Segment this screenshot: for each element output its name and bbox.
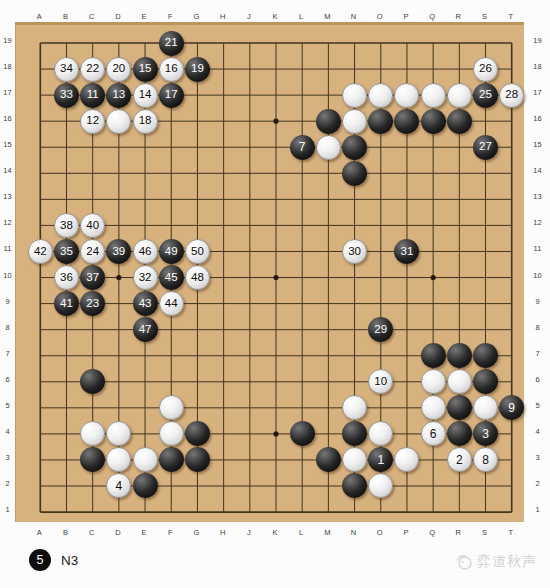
stone-black-C17: 11 [80, 83, 105, 108]
stone-black-R4 [447, 421, 472, 446]
stone-black-F11: 49 [159, 239, 184, 264]
stone-black-S7 [473, 343, 498, 368]
stone-black-N4 [342, 421, 367, 446]
coordinate-label: O [377, 527, 383, 536]
coordinate-label: B [63, 12, 68, 21]
coordinate-label: 11 [4, 244, 12, 253]
coordinate-label: A [37, 12, 42, 21]
stone-white-S18: 26 [473, 57, 498, 82]
stone-white-M15 [316, 135, 341, 160]
stone-black-G18: 19 [185, 57, 210, 82]
coordinate-label: K [272, 12, 277, 21]
stone-white-F4 [159, 421, 184, 446]
stone-white-T17: 28 [499, 83, 524, 108]
coordinate-label: 4 [5, 426, 9, 435]
stone-black-F19: 21 [159, 31, 184, 56]
coordinate-label: F [168, 527, 173, 536]
watermark-logo-icon [454, 552, 474, 572]
coordinate-label: P [403, 12, 408, 21]
stone-black-M16 [316, 109, 341, 134]
stone-white-P3 [394, 447, 419, 472]
stone-white-F5 [159, 395, 184, 420]
stone-black-R16 [447, 109, 472, 134]
stone-white-A11: 42 [28, 239, 53, 264]
stone-white-D4 [106, 421, 131, 446]
coordinate-label: Q [429, 527, 435, 536]
coordinate-label: J [247, 12, 251, 21]
caption-move-stone: 5 [29, 549, 51, 571]
board-grid: 2134222015161926331113141725281218727384… [27, 30, 525, 525]
coordinate-label: 3 [535, 452, 539, 461]
stone-black-Q16 [421, 109, 446, 134]
coordinate-label: 12 [533, 218, 541, 227]
coordinate-label: 17 [533, 88, 541, 97]
coordinate-label: 16 [533, 114, 541, 123]
stone-white-B12: 38 [54, 213, 79, 238]
watermark: 弈道秋声 [454, 552, 537, 572]
stone-white-D3 [106, 447, 131, 472]
coordinate-label: R [456, 527, 461, 536]
stone-white-B10: 36 [54, 265, 79, 290]
coordinate-label: 1 [535, 505, 539, 514]
go-board: 2134222015161926331113141725281218727384… [15, 22, 524, 522]
caption-coordinate: N3 [61, 553, 78, 568]
coordinate-label: 2 [5, 479, 9, 488]
stone-white-F9: 44 [159, 291, 184, 316]
stone-black-O3: 1 [368, 447, 393, 472]
stone-black-C6 [80, 369, 105, 394]
stone-white-C11: 24 [80, 239, 105, 264]
coordinate-label: 14 [3, 166, 11, 175]
coordinate-label: P [403, 527, 408, 536]
stone-white-Q17 [421, 83, 446, 108]
coordinate-label: 7 [5, 348, 9, 357]
coordinate-label: N [351, 12, 356, 21]
coordinate-label: 18 [3, 62, 11, 71]
stone-white-E3 [133, 447, 158, 472]
stone-black-S15: 27 [473, 135, 498, 160]
stone-black-G4 [185, 421, 210, 446]
coordinate-label: 19 [533, 36, 541, 45]
coordinate-label: C [89, 527, 94, 536]
go-diagram-page: 2134222015161926331113141725281218727384… [0, 0, 550, 588]
stone-black-O16 [368, 109, 393, 134]
stone-black-O8: 29 [368, 317, 393, 342]
stone-black-D17: 13 [106, 83, 131, 108]
coordinate-label: E [142, 12, 147, 21]
coordinate-label: 10 [3, 270, 11, 279]
stone-black-Q7 [421, 343, 446, 368]
coordinate-label: 13 [3, 192, 11, 201]
stone-white-G10: 48 [185, 265, 210, 290]
coordinate-label: 19 [3, 36, 11, 45]
stone-white-O2 [368, 473, 393, 498]
stone-black-N15 [342, 135, 367, 160]
coordinate-label: 1 [5, 505, 9, 514]
coordinate-label: T [508, 527, 513, 536]
coordinate-label: 17 [3, 88, 11, 97]
coordinate-label: 11 [534, 244, 542, 253]
stone-white-P17 [394, 83, 419, 108]
coordinate-label: 12 [3, 218, 11, 227]
stone-white-E16: 18 [133, 109, 158, 134]
stone-white-C18: 22 [80, 57, 105, 82]
coordinate-label: A [37, 527, 42, 536]
coordinate-label: M [324, 527, 330, 536]
stone-white-N5 [342, 395, 367, 420]
coordinate-label: M [324, 12, 330, 21]
stone-black-F10: 45 [159, 265, 184, 290]
stone-black-P11: 31 [394, 239, 419, 264]
coordinate-label: 8 [5, 322, 9, 331]
stone-black-C9: 23 [80, 291, 105, 316]
coordinate-label: 15 [533, 140, 541, 149]
stone-black-S6 [473, 369, 498, 394]
stone-black-B9: 41 [54, 291, 79, 316]
stone-black-F17: 17 [159, 83, 184, 108]
stone-black-E18: 15 [133, 57, 158, 82]
coordinate-label: 6 [535, 374, 539, 383]
stone-black-S17: 25 [473, 83, 498, 108]
stone-white-D16 [106, 109, 131, 134]
coordinate-label: D [115, 12, 120, 21]
coordinate-label: D [115, 527, 120, 536]
stone-black-N2 [342, 473, 367, 498]
stone-black-B17: 33 [54, 83, 79, 108]
coordinate-label: 7 [535, 348, 539, 357]
stone-white-E11: 46 [133, 239, 158, 264]
stone-white-Q5 [421, 395, 446, 420]
coordinate-label: 10 [533, 270, 541, 279]
coordinate-label: 16 [3, 114, 11, 123]
stone-black-P16 [394, 109, 419, 134]
coordinate-label: J [247, 527, 251, 536]
stone-white-R6 [447, 369, 472, 394]
coordinate-label: 4 [535, 426, 539, 435]
stone-white-D2: 4 [106, 473, 131, 498]
stone-white-N16 [342, 109, 367, 134]
stone-white-Q4: 6 [421, 421, 446, 446]
coordinate-label: L [299, 527, 303, 536]
stone-white-C4 [80, 421, 105, 446]
stone-white-E10: 32 [133, 265, 158, 290]
stone-black-L15: 7 [290, 135, 315, 160]
stone-white-R17 [447, 83, 472, 108]
stone-white-N17 [342, 83, 367, 108]
stone-white-D18: 20 [106, 57, 131, 82]
stone-black-R5 [447, 395, 472, 420]
stone-white-O17 [368, 83, 393, 108]
coordinate-label: Q [429, 12, 435, 21]
coordinate-label: S [482, 12, 487, 21]
stone-white-N11: 30 [342, 239, 367, 264]
stone-black-N14 [342, 161, 367, 186]
stone-black-S4: 3 [473, 421, 498, 446]
coordinate-label: 3 [5, 452, 9, 461]
coordinate-label: 14 [533, 166, 541, 175]
stone-black-T5: 9 [499, 395, 524, 420]
caption-move-number: 5 [37, 553, 44, 567]
coordinate-label: R [456, 12, 461, 21]
coordinate-label: H [220, 527, 225, 536]
watermark-text: 弈道秋声 [477, 553, 537, 571]
coordinate-label: N [351, 527, 356, 536]
coordinate-label: L [299, 12, 303, 21]
stone-black-E9: 43 [133, 291, 158, 316]
coordinate-label: G [194, 12, 200, 21]
stone-black-C3 [80, 447, 105, 472]
coordinate-label: F [168, 12, 173, 21]
stone-white-S5 [473, 395, 498, 420]
stone-black-D11: 39 [106, 239, 131, 264]
coordinate-label: O [377, 12, 383, 21]
stone-black-M3 [316, 447, 341, 472]
stone-black-C10: 37 [80, 265, 105, 290]
coordinate-label: 2 [535, 479, 539, 488]
stone-black-F3 [159, 447, 184, 472]
stone-white-F18: 16 [159, 57, 184, 82]
stone-white-C16: 12 [80, 109, 105, 134]
stone-white-Q6 [421, 369, 446, 394]
coordinate-label: 18 [533, 62, 541, 71]
stone-black-R7 [447, 343, 472, 368]
stone-white-N3 [342, 447, 367, 472]
coordinate-label: C [89, 12, 94, 21]
stone-black-B11: 35 [54, 239, 79, 264]
stone-black-G3 [185, 447, 210, 472]
coordinate-label: 9 [5, 296, 9, 305]
coordinate-label: 5 [535, 400, 539, 409]
coordinate-label: S [482, 527, 487, 536]
stone-white-R3: 2 [447, 447, 472, 472]
stone-black-E8: 47 [133, 317, 158, 342]
stone-white-O4 [368, 421, 393, 446]
stone-black-L4 [290, 421, 315, 446]
coordinate-label: 13 [533, 192, 541, 201]
coordinate-label: 9 [535, 296, 539, 305]
coordinate-label: 5 [5, 400, 9, 409]
coordinate-label: 15 [3, 140, 11, 149]
coordinate-label: 8 [535, 322, 539, 331]
stone-white-O6: 10 [368, 369, 393, 394]
stone-white-G11: 50 [185, 239, 210, 264]
stone-white-S3: 8 [473, 447, 498, 472]
coordinate-label: E [142, 527, 147, 536]
stone-white-B18: 34 [54, 57, 79, 82]
coordinate-label: K [272, 527, 277, 536]
stone-white-C12: 40 [80, 213, 105, 238]
coordinate-label: T [508, 12, 513, 21]
stone-white-E17: 14 [133, 83, 158, 108]
coordinate-label: H [220, 12, 225, 21]
stone-black-E2 [133, 473, 158, 498]
coordinate-label: 6 [5, 374, 9, 383]
coordinate-label: B [63, 527, 68, 536]
coordinate-label: G [194, 527, 200, 536]
